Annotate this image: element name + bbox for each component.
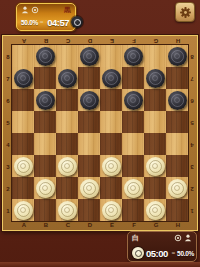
black-piece[interactable] xyxy=(168,91,187,110)
file-label-top-f: F xyxy=(132,37,136,45)
board-square-c3[interactable] xyxy=(56,155,78,177)
black-turn-piece-icon xyxy=(71,16,83,28)
file-label-bottom-a: A xyxy=(22,221,26,229)
file-label-top-g: G xyxy=(154,37,159,45)
board-square-c1[interactable] xyxy=(56,199,78,221)
board-square-c8[interactable] xyxy=(56,45,78,67)
black-player-icon xyxy=(21,6,29,14)
white-piece[interactable] xyxy=(146,157,165,176)
rank-label-left-6: 6 xyxy=(4,97,12,105)
black-piece[interactable] xyxy=(80,91,99,110)
board-square-a4[interactable] xyxy=(12,133,34,155)
board-square-f1[interactable] xyxy=(122,199,144,221)
rank-label-left-1: 1 xyxy=(4,207,12,215)
board-square-c6[interactable] xyxy=(56,89,78,111)
rank-label-left-3: 3 xyxy=(4,163,12,171)
board-square-c5[interactable] xyxy=(56,111,78,133)
rank-label-right-3: 3 xyxy=(188,163,196,171)
board-square-b4[interactable] xyxy=(34,133,56,155)
file-label-top-d: D xyxy=(88,37,92,45)
file-label-top-e: E xyxy=(110,37,114,45)
black-player-panel: 黒 50.0% ≈ 04:57 xyxy=(16,3,76,31)
board-square-b5[interactable] xyxy=(34,111,56,133)
file-label-bottom-f: F xyxy=(132,221,136,229)
black-clock: 04:57 xyxy=(47,17,69,28)
black-piece[interactable] xyxy=(124,91,143,110)
board-square-g8[interactable] xyxy=(144,45,166,67)
board-square-h4[interactable] xyxy=(166,133,188,155)
board-square-b7[interactable] xyxy=(34,67,56,89)
rank-label-left-5: 5 xyxy=(4,119,12,127)
board-square-d2[interactable] xyxy=(78,177,100,199)
board-square-f4[interactable] xyxy=(122,133,144,155)
black-piece-count-icon xyxy=(31,6,39,14)
white-clock: 05:00 xyxy=(146,248,168,259)
board-square-a3[interactable] xyxy=(12,155,34,177)
board-square-h8[interactable] xyxy=(166,45,188,67)
board-square-a2[interactable] xyxy=(12,177,34,199)
white-piece[interactable] xyxy=(14,157,33,176)
white-piece[interactable] xyxy=(168,179,187,198)
board-square-d8[interactable] xyxy=(78,45,100,67)
board-square-c2[interactable] xyxy=(56,177,78,199)
black-piece[interactable] xyxy=(146,69,165,88)
board-square-b1[interactable] xyxy=(34,199,56,221)
file-label-bottom-g: G xyxy=(154,221,159,229)
black-piece[interactable] xyxy=(102,69,121,88)
board-square-e1[interactable] xyxy=(100,199,122,221)
rank-label-left-8: 8 xyxy=(4,53,12,61)
board-square-g7[interactable] xyxy=(144,67,166,89)
black-win-rate: 50.0% xyxy=(21,19,38,26)
board-square-b8[interactable] xyxy=(34,45,56,67)
white-turn-piece-icon xyxy=(132,247,144,259)
board-square-b3[interactable] xyxy=(34,155,56,177)
board-square-d3[interactable] xyxy=(78,155,100,177)
white-player-icon xyxy=(184,234,192,242)
rank-label-right-5: 5 xyxy=(188,119,196,127)
file-label-top-h: H xyxy=(176,37,180,45)
board-square-h7[interactable] xyxy=(166,67,188,89)
settings-button[interactable] xyxy=(175,2,195,22)
white-piece[interactable] xyxy=(58,201,77,220)
gear-icon xyxy=(179,6,192,19)
black-side-label: 黒 xyxy=(64,6,71,14)
white-piece-count-icon xyxy=(174,234,182,242)
board-square-c4[interactable] xyxy=(56,133,78,155)
board-square-f3[interactable] xyxy=(122,155,144,177)
board-square-e3[interactable] xyxy=(100,155,122,177)
rank-label-right-1: 1 xyxy=(188,207,196,215)
board-square-c7[interactable] xyxy=(56,67,78,89)
white-piece[interactable] xyxy=(146,201,165,220)
board: AABBCCDDEEFFGGHH8877665544332211 xyxy=(2,35,198,231)
rank-label-right-2: 2 xyxy=(188,185,196,193)
board-square-g1[interactable] xyxy=(144,199,166,221)
rank-label-right-6: 6 xyxy=(188,97,196,105)
file-label-bottom-d: D xyxy=(88,221,92,229)
board-square-e2[interactable] xyxy=(100,177,122,199)
white-piece[interactable] xyxy=(102,201,121,220)
board-square-b6[interactable] xyxy=(34,89,56,111)
board-square-h5[interactable] xyxy=(166,111,188,133)
board-square-g2[interactable] xyxy=(144,177,166,199)
board-square-a7[interactable] xyxy=(12,67,34,89)
board-square-f7[interactable] xyxy=(122,67,144,89)
black-piece[interactable] xyxy=(36,91,55,110)
board-square-d5[interactable] xyxy=(78,111,100,133)
file-label-top-b: B xyxy=(44,37,48,45)
file-label-bottom-h: H xyxy=(176,221,180,229)
black-piece[interactable] xyxy=(36,47,55,66)
board-square-e4[interactable] xyxy=(100,133,122,155)
board-square-a6[interactable] xyxy=(12,89,34,111)
bottom-edge-band xyxy=(0,262,200,267)
board-square-h6[interactable] xyxy=(166,89,188,111)
file-label-bottom-b: B xyxy=(44,221,48,229)
board-square-d1[interactable] xyxy=(78,199,100,221)
board-square-d7[interactable] xyxy=(78,67,100,89)
rank-label-left-2: 2 xyxy=(4,185,12,193)
rank-label-right-7: 7 xyxy=(188,75,196,83)
white-player-panel: 白 05:00 ≈ 50.0% xyxy=(127,231,197,262)
white-piece[interactable] xyxy=(124,179,143,198)
board-square-e7[interactable] xyxy=(100,67,122,89)
file-label-top-c: C xyxy=(66,37,70,45)
board-square-f2[interactable] xyxy=(122,177,144,199)
black-approx-symbol: ≈ xyxy=(40,19,43,25)
board-square-g6[interactable] xyxy=(144,89,166,111)
board-square-e6[interactable] xyxy=(100,89,122,111)
white-win-rate: 50.0% xyxy=(177,250,194,257)
board-square-b2[interactable] xyxy=(34,177,56,199)
file-label-top-a: A xyxy=(22,37,26,45)
board-square-f5[interactable] xyxy=(122,111,144,133)
file-label-bottom-c: C xyxy=(66,221,70,229)
file-label-bottom-e: E xyxy=(110,221,114,229)
board-square-g3[interactable] xyxy=(144,155,166,177)
white-piece[interactable] xyxy=(36,179,55,198)
black-piece[interactable] xyxy=(58,69,77,88)
white-approx-symbol: ≈ xyxy=(172,250,175,256)
board-grid xyxy=(12,45,188,221)
white-piece[interactable] xyxy=(14,201,33,220)
board-square-g5[interactable] xyxy=(144,111,166,133)
rank-label-left-4: 4 xyxy=(4,141,12,149)
black-piece[interactable] xyxy=(124,47,143,66)
rank-label-right-8: 8 xyxy=(188,53,196,61)
rank-label-left-7: 7 xyxy=(4,75,12,83)
board-square-d4[interactable] xyxy=(78,133,100,155)
app-screen: 黒 50.0% ≈ 04:57 AABBCCDDEEFFGGHH88776655… xyxy=(0,0,200,267)
board-square-a8[interactable] xyxy=(12,45,34,67)
board-square-a5[interactable] xyxy=(12,111,34,133)
white-piece[interactable] xyxy=(80,179,99,198)
board-square-g4[interactable] xyxy=(144,133,166,155)
board-square-f6[interactable] xyxy=(122,89,144,111)
board-square-f8[interactable] xyxy=(122,45,144,67)
board-square-h1[interactable] xyxy=(166,199,188,221)
white-side-label: 白 xyxy=(132,234,139,242)
rank-label-right-4: 4 xyxy=(188,141,196,149)
board-square-e5[interactable] xyxy=(100,111,122,133)
black-piece[interactable] xyxy=(80,47,99,66)
white-piece[interactable] xyxy=(102,157,121,176)
board-square-h2[interactable] xyxy=(166,177,188,199)
board-square-h3[interactable] xyxy=(166,155,188,177)
board-square-a1[interactable] xyxy=(12,199,34,221)
black-piece[interactable] xyxy=(14,69,33,88)
board-square-e8[interactable] xyxy=(100,45,122,67)
board-square-d6[interactable] xyxy=(78,89,100,111)
white-piece[interactable] xyxy=(58,157,77,176)
black-piece[interactable] xyxy=(168,47,187,66)
